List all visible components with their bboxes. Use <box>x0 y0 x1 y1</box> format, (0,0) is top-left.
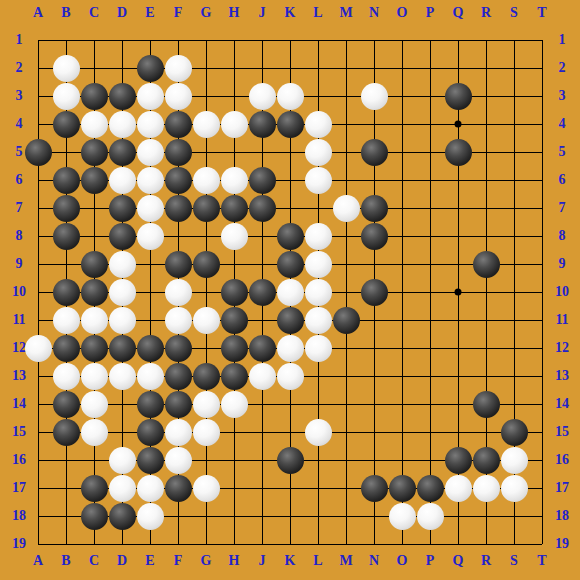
black-stone[interactable] <box>165 391 192 418</box>
coordinate-label: H <box>220 2 248 24</box>
black-stone[interactable] <box>81 139 108 166</box>
black-stone[interactable] <box>473 251 500 278</box>
white-stone[interactable] <box>221 167 248 194</box>
black-stone[interactable] <box>165 139 192 166</box>
white-stone[interactable] <box>53 363 80 390</box>
white-stone[interactable] <box>53 55 80 82</box>
white-stone[interactable] <box>193 391 220 418</box>
black-stone[interactable] <box>193 251 220 278</box>
black-stone[interactable] <box>445 447 472 474</box>
white-stone[interactable] <box>165 279 192 306</box>
black-stone[interactable] <box>277 307 304 334</box>
black-stone[interactable] <box>221 335 248 362</box>
white-stone[interactable] <box>109 307 136 334</box>
white-stone[interactable] <box>137 111 164 138</box>
black-stone[interactable] <box>445 139 472 166</box>
black-stone[interactable] <box>165 167 192 194</box>
black-stone[interactable] <box>389 475 416 502</box>
white-stone[interactable] <box>473 475 500 502</box>
black-stone[interactable] <box>221 195 248 222</box>
white-stone[interactable] <box>109 279 136 306</box>
white-stone[interactable] <box>277 363 304 390</box>
coordinate-label: D <box>108 2 136 24</box>
white-stone[interactable] <box>137 83 164 110</box>
black-stone[interactable] <box>109 503 136 530</box>
black-stone[interactable] <box>165 335 192 362</box>
white-stone[interactable] <box>277 83 304 110</box>
white-stone[interactable] <box>109 447 136 474</box>
white-stone[interactable] <box>305 307 332 334</box>
white-stone[interactable] <box>305 167 332 194</box>
coordinate-label: L <box>304 2 332 24</box>
white-stone[interactable] <box>25 335 52 362</box>
white-stone[interactable] <box>501 447 528 474</box>
white-stone[interactable] <box>137 139 164 166</box>
black-stone[interactable] <box>137 447 164 474</box>
coordinate-label: M <box>332 2 360 24</box>
black-stone[interactable] <box>249 111 276 138</box>
black-stone[interactable] <box>109 195 136 222</box>
black-stone[interactable] <box>53 419 80 446</box>
black-stone[interactable] <box>417 475 444 502</box>
black-stone[interactable] <box>249 167 276 194</box>
black-stone[interactable] <box>81 279 108 306</box>
white-stone[interactable] <box>53 307 80 334</box>
white-stone[interactable] <box>193 475 220 502</box>
black-stone[interactable] <box>221 279 248 306</box>
black-stone[interactable] <box>81 475 108 502</box>
black-stone[interactable] <box>81 83 108 110</box>
white-stone[interactable] <box>165 419 192 446</box>
white-stone[interactable] <box>305 139 332 166</box>
black-stone[interactable] <box>53 335 80 362</box>
black-stone[interactable] <box>277 251 304 278</box>
black-stone[interactable] <box>361 195 388 222</box>
white-stone[interactable] <box>165 83 192 110</box>
white-stone[interactable] <box>81 363 108 390</box>
black-stone[interactable] <box>277 111 304 138</box>
white-stone[interactable] <box>417 503 444 530</box>
black-stone[interactable] <box>53 391 80 418</box>
white-stone[interactable] <box>305 279 332 306</box>
black-stone[interactable] <box>193 363 220 390</box>
white-stone[interactable] <box>221 223 248 250</box>
star-point <box>455 121 462 128</box>
black-stone[interactable] <box>137 419 164 446</box>
black-stone[interactable] <box>361 279 388 306</box>
black-stone[interactable] <box>361 223 388 250</box>
star-point <box>455 289 462 296</box>
white-stone[interactable] <box>109 111 136 138</box>
white-stone[interactable] <box>361 83 388 110</box>
black-stone[interactable] <box>109 83 136 110</box>
black-stone[interactable] <box>137 55 164 82</box>
go-board[interactable] <box>24 26 556 558</box>
coordinate-label: G <box>192 2 220 24</box>
goban-screen: ABCDEFGHJKLMNOPQRST ABCDEFGHJKLMNOPQRST … <box>0 0 580 580</box>
white-stone[interactable] <box>137 223 164 250</box>
white-stone[interactable] <box>277 279 304 306</box>
black-stone[interactable] <box>501 419 528 446</box>
black-stone[interactable] <box>193 195 220 222</box>
white-stone[interactable] <box>81 111 108 138</box>
black-stone[interactable] <box>53 195 80 222</box>
coordinate-label: O <box>388 2 416 24</box>
white-stone[interactable] <box>193 419 220 446</box>
coordinate-label: P <box>416 2 444 24</box>
white-stone[interactable] <box>137 167 164 194</box>
white-stone[interactable] <box>109 363 136 390</box>
black-stone[interactable] <box>277 447 304 474</box>
coordinate-label: C <box>80 2 108 24</box>
black-stone[interactable] <box>277 223 304 250</box>
black-stone[interactable] <box>137 335 164 362</box>
black-stone[interactable] <box>221 307 248 334</box>
white-stone[interactable] <box>193 307 220 334</box>
black-stone[interactable] <box>221 363 248 390</box>
black-stone[interactable] <box>165 111 192 138</box>
black-stone[interactable] <box>53 279 80 306</box>
coordinate-label: A <box>24 2 52 24</box>
black-stone[interactable] <box>81 335 108 362</box>
white-stone[interactable] <box>445 475 472 502</box>
white-stone[interactable] <box>165 55 192 82</box>
coordinate-label: Q <box>444 2 472 24</box>
white-stone[interactable] <box>305 335 332 362</box>
black-stone[interactable] <box>333 307 360 334</box>
white-stone[interactable] <box>109 251 136 278</box>
white-stone[interactable] <box>81 391 108 418</box>
white-stone[interactable] <box>249 363 276 390</box>
coordinate-label: F <box>164 2 192 24</box>
white-stone[interactable] <box>221 391 248 418</box>
white-stone[interactable] <box>305 419 332 446</box>
white-stone[interactable] <box>165 307 192 334</box>
white-stone[interactable] <box>109 475 136 502</box>
black-stone[interactable] <box>361 475 388 502</box>
black-stone[interactable] <box>137 391 164 418</box>
coordinate-label: N <box>360 2 388 24</box>
black-stone[interactable] <box>25 139 52 166</box>
white-stone[interactable] <box>333 195 360 222</box>
black-stone[interactable] <box>53 223 80 250</box>
coordinate-label: T <box>528 2 556 24</box>
black-stone[interactable] <box>445 83 472 110</box>
black-stone[interactable] <box>165 363 192 390</box>
black-stone[interactable] <box>165 251 192 278</box>
black-stone[interactable] <box>165 195 192 222</box>
white-stone[interactable] <box>277 335 304 362</box>
white-stone[interactable] <box>109 167 136 194</box>
white-stone[interactable] <box>137 363 164 390</box>
white-stone[interactable] <box>305 251 332 278</box>
black-stone[interactable] <box>249 279 276 306</box>
white-stone[interactable] <box>137 195 164 222</box>
white-stone[interactable] <box>193 111 220 138</box>
coordinate-label: R <box>472 2 500 24</box>
black-stone[interactable] <box>81 503 108 530</box>
white-stone[interactable] <box>389 503 416 530</box>
black-stone[interactable] <box>109 335 136 362</box>
black-stone[interactable] <box>109 223 136 250</box>
black-stone[interactable] <box>361 139 388 166</box>
white-stone[interactable] <box>137 475 164 502</box>
white-stone[interactable] <box>305 223 332 250</box>
black-stone[interactable] <box>249 335 276 362</box>
black-stone[interactable] <box>53 111 80 138</box>
black-stone[interactable] <box>165 475 192 502</box>
white-stone[interactable] <box>221 111 248 138</box>
white-stone[interactable] <box>305 111 332 138</box>
white-stone[interactable] <box>81 419 108 446</box>
black-stone[interactable] <box>473 391 500 418</box>
coordinate-label: E <box>136 2 164 24</box>
coordinate-label: K <box>276 2 304 24</box>
white-stone[interactable] <box>501 475 528 502</box>
white-stone[interactable] <box>53 83 80 110</box>
coordinate-label: J <box>248 2 276 24</box>
white-stone[interactable] <box>81 307 108 334</box>
white-stone[interactable] <box>165 447 192 474</box>
black-stone[interactable] <box>81 251 108 278</box>
black-stone[interactable] <box>473 447 500 474</box>
black-stone[interactable] <box>53 167 80 194</box>
coordinate-label: B <box>52 2 80 24</box>
white-stone[interactable] <box>193 167 220 194</box>
coordinate-label: S <box>500 2 528 24</box>
black-stone[interactable] <box>249 195 276 222</box>
black-stone[interactable] <box>81 167 108 194</box>
white-stone[interactable] <box>137 503 164 530</box>
black-stone[interactable] <box>109 139 136 166</box>
white-stone[interactable] <box>249 83 276 110</box>
